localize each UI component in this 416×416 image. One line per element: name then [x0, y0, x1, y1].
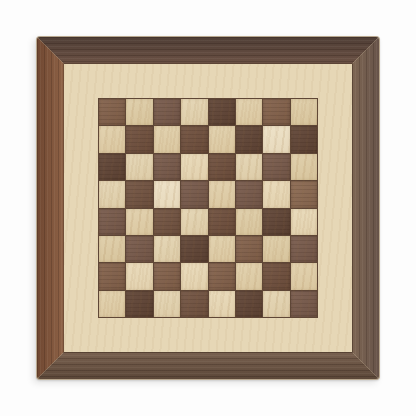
square-f5[interactable] — [236, 181, 262, 207]
square-e3[interactable] — [209, 236, 235, 262]
board-grid — [98, 98, 318, 318]
square-c4[interactable] — [154, 209, 180, 235]
square-g5[interactable] — [263, 181, 289, 207]
square-e1[interactable] — [209, 291, 235, 317]
square-a2[interactable] — [99, 263, 125, 289]
square-g3[interactable] — [263, 236, 289, 262]
square-e6[interactable] — [209, 154, 235, 180]
square-h4[interactable] — [291, 209, 317, 235]
square-a3[interactable] — [99, 236, 125, 262]
square-a4[interactable] — [99, 209, 125, 235]
square-a5[interactable] — [99, 181, 125, 207]
square-b1[interactable] — [126, 291, 152, 317]
board-frame-bottom — [37, 352, 379, 379]
square-c5[interactable] — [154, 181, 180, 207]
square-h8[interactable] — [291, 99, 317, 125]
square-g6[interactable] — [263, 154, 289, 180]
square-b2[interactable] — [126, 263, 152, 289]
square-c6[interactable] — [154, 154, 180, 180]
board-frame-top — [37, 37, 379, 64]
square-g8[interactable] — [263, 99, 289, 125]
square-b7[interactable] — [126, 126, 152, 152]
square-d1[interactable] — [181, 291, 207, 317]
square-c8[interactable] — [154, 99, 180, 125]
square-c2[interactable] — [154, 263, 180, 289]
square-d8[interactable] — [181, 99, 207, 125]
square-e4[interactable] — [209, 209, 235, 235]
square-g4[interactable] — [263, 209, 289, 235]
square-d5[interactable] — [181, 181, 207, 207]
square-b4[interactable] — [126, 209, 152, 235]
square-e8[interactable] — [209, 99, 235, 125]
square-b8[interactable] — [126, 99, 152, 125]
square-c7[interactable] — [154, 126, 180, 152]
square-h6[interactable] — [291, 154, 317, 180]
square-f7[interactable] — [236, 126, 262, 152]
square-h5[interactable] — [291, 181, 317, 207]
square-h2[interactable] — [291, 263, 317, 289]
square-b5[interactable] — [126, 181, 152, 207]
square-g7[interactable] — [263, 126, 289, 152]
square-e5[interactable] — [209, 181, 235, 207]
square-e7[interactable] — [209, 126, 235, 152]
square-f3[interactable] — [236, 236, 262, 262]
square-h3[interactable] — [291, 236, 317, 262]
square-f2[interactable] — [236, 263, 262, 289]
square-c3[interactable] — [154, 236, 180, 262]
square-h1[interactable] — [291, 291, 317, 317]
square-e2[interactable] — [209, 263, 235, 289]
square-b6[interactable] — [126, 154, 152, 180]
square-g2[interactable] — [263, 263, 289, 289]
square-d3[interactable] — [181, 236, 207, 262]
square-h7[interactable] — [291, 126, 317, 152]
square-a8[interactable] — [99, 99, 125, 125]
board-frame-left — [37, 37, 64, 379]
photo-background — [0, 0, 416, 416]
square-d2[interactable] — [181, 263, 207, 289]
board-frame-right — [352, 37, 379, 379]
square-f1[interactable] — [236, 291, 262, 317]
square-a1[interactable] — [99, 291, 125, 317]
square-f4[interactable] — [236, 209, 262, 235]
square-a6[interactable] — [99, 154, 125, 180]
square-b3[interactable] — [126, 236, 152, 262]
square-d4[interactable] — [181, 209, 207, 235]
square-d6[interactable] — [181, 154, 207, 180]
square-a7[interactable] — [99, 126, 125, 152]
chess-board — [36, 36, 380, 380]
square-g1[interactable] — [263, 291, 289, 317]
square-f6[interactable] — [236, 154, 262, 180]
square-c1[interactable] — [154, 291, 180, 317]
square-d7[interactable] — [181, 126, 207, 152]
square-f8[interactable] — [236, 99, 262, 125]
maple-inlay-border — [64, 64, 352, 352]
